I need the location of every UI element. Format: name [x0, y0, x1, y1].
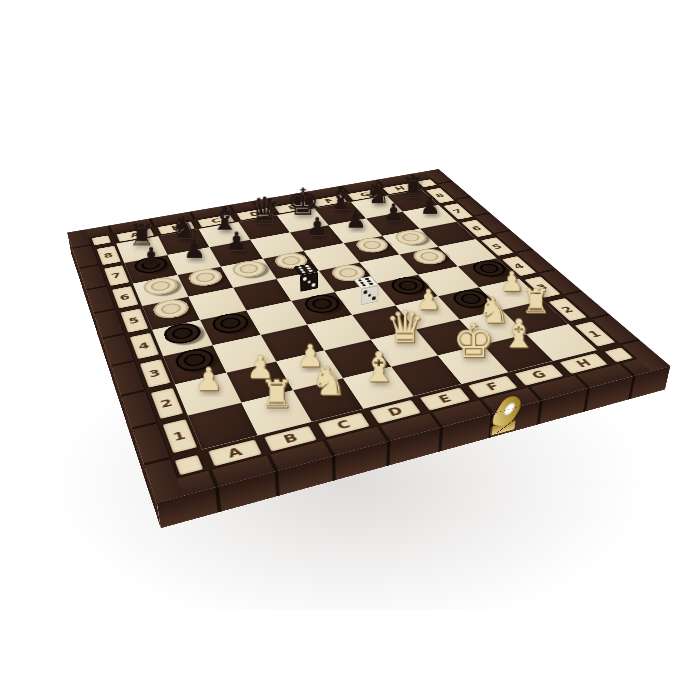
chess-board: ABCDEFGH ABCDEFGH 87654321 87654321 ♜♞♝♛…: [67, 169, 670, 503]
white-die-e4: [353, 292, 378, 305]
product-photo-stage: ABCDEFGH ABCDEFGH 87654321 87654321 ♜♞♝♛…: [0, 0, 700, 700]
coord-label-3: 3: [139, 359, 170, 387]
die-pip: [301, 271, 305, 273]
white-king-f1: ♚: [453, 318, 495, 365]
scene: ABCDEFGH ABCDEFGH 87654321 87654321 ♜♞♝♛…: [0, 0, 700, 700]
clasp-hinge-plate: [490, 420, 516, 436]
die-face-south-3: [299, 272, 317, 292]
black-pawn-g7: ♟: [383, 200, 404, 224]
die-pip: [311, 283, 314, 287]
die-pip: [367, 293, 370, 297]
coord-label-4: 4: [129, 333, 158, 359]
coord-label-8: 8: [96, 246, 120, 265]
corner-chip: [92, 235, 111, 245]
die-pip: [302, 277, 305, 281]
die-pip: [308, 270, 312, 272]
die-pip: [363, 290, 366, 294]
coord-label-5: 5: [120, 309, 148, 333]
clasp-hasp-hole: [502, 402, 518, 416]
white-bishop-g1: ♝: [501, 314, 537, 354]
white-rook-b1: ♜: [260, 375, 295, 414]
clasp-hasp-loop: [489, 395, 526, 428]
black-pawn-f7: ♟: [345, 207, 367, 231]
white-bishop-d1: ♝: [360, 346, 398, 388]
die-pip: [372, 296, 375, 300]
die-face-south-3: [360, 285, 378, 305]
white-pawn-a2: ♟: [194, 363, 222, 395]
die-pip: [361, 284, 366, 286]
white-knight-c1: ♞: [311, 360, 347, 400]
brass-clasp: [485, 369, 534, 437]
coord-label-6: 6: [111, 286, 137, 308]
die-pip: [369, 283, 374, 285]
black-pawn-c7: ♟: [225, 229, 248, 254]
coord-label-7: 7: [104, 265, 129, 286]
black-pawn-b7: ♟: [183, 236, 206, 262]
corner-chip: [605, 347, 634, 362]
black-pawn-e7: ♟: [306, 214, 328, 239]
die-pip: [307, 280, 310, 284]
